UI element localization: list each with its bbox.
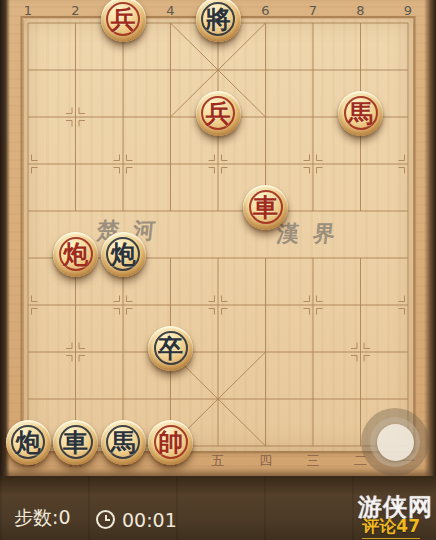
status-bar: 步数:0 00:01 游侠网 评论47 [0, 476, 436, 540]
step-counter-label: 步数: [14, 506, 58, 528]
joystick-ring [370, 417, 420, 467]
piece-red-chariot[interactable]: 車 [243, 185, 288, 230]
piece-glyph: 炮 [53, 232, 98, 277]
piece-red-soldier[interactable]: 兵 [101, 0, 146, 42]
clock-icon [96, 510, 115, 529]
piece-red-general[interactable]: 帥 [148, 420, 193, 465]
piece-glyph: 馬 [101, 420, 146, 465]
piece-glyph: 車 [53, 420, 98, 465]
piece-black-horse[interactable]: 馬 [101, 420, 146, 465]
timer-value: 00:01 [122, 509, 177, 531]
step-counter-value: 0 [58, 506, 70, 528]
piece-black-general[interactable]: 將 [196, 0, 241, 42]
piece-glyph: 兵 [101, 0, 146, 42]
piece-black-soldier[interactable]: 卒 [148, 326, 193, 371]
piece-black-cannon[interactable]: 炮 [101, 232, 146, 277]
piece-glyph: 卒 [148, 326, 193, 371]
pieces-layer: 兵將兵馬車炮炮卒炮車馬帥 [4, 0, 432, 470]
piece-glyph: 炮 [101, 232, 146, 277]
piece-glyph: 帥 [148, 420, 193, 465]
joystick-button[interactable] [361, 408, 429, 476]
piece-glyph: 將 [196, 0, 241, 42]
piece-red-soldier[interactable]: 兵 [196, 91, 241, 136]
piece-glyph: 車 [243, 185, 288, 230]
step-counter: 步数:0 [14, 505, 71, 531]
piece-glyph: 馬 [338, 91, 383, 136]
piece-red-horse[interactable]: 馬 [338, 91, 383, 136]
xiangqi-app: 楚河 漢界 123456789 九八七六五四三二一 兵將兵馬車炮炮卒炮車馬帥 步… [0, 0, 436, 540]
piece-red-cannon[interactable]: 炮 [53, 232, 98, 277]
piece-glyph: 炮 [6, 420, 51, 465]
piece-glyph: 兵 [196, 91, 241, 136]
piece-black-chariot[interactable]: 車 [53, 420, 98, 465]
board: 楚河 漢界 123456789 九八七六五四三二一 兵將兵馬車炮炮卒炮車馬帥 [0, 0, 436, 476]
joystick-knob [377, 424, 414, 461]
piece-black-cannon[interactable]: 炮 [6, 420, 51, 465]
comments-link[interactable]: 评论47 [362, 515, 420, 539]
